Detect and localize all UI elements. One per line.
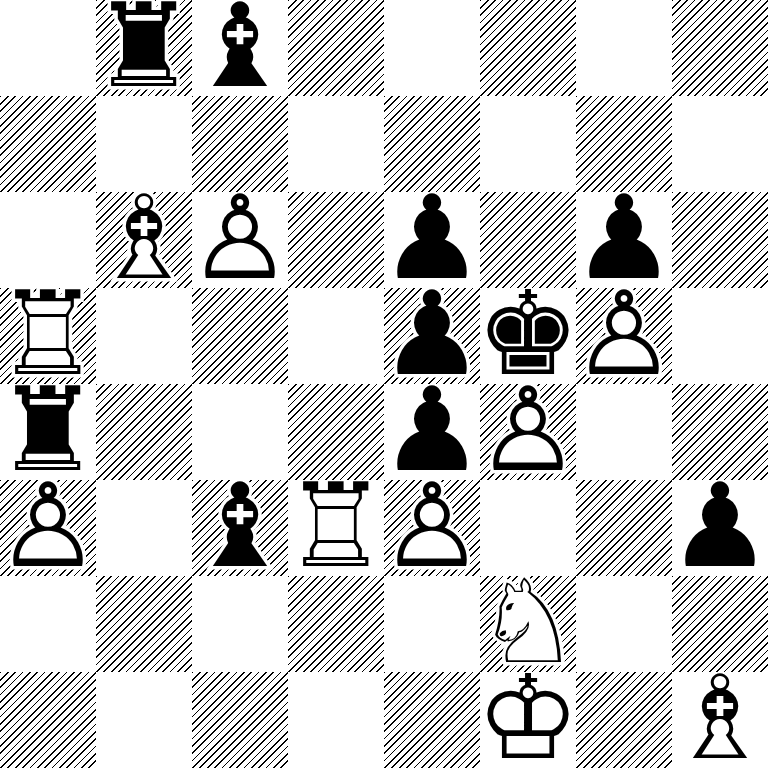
square-e3[interactable]: ♟♙ (384, 480, 480, 576)
piece-halo: ♝ (96, 192, 192, 286)
black-rook: ♜ (0, 384, 96, 478)
square-h1[interactable]: ♝♗ (672, 672, 768, 768)
white-knight: ♘ (480, 576, 576, 670)
square-c8[interactable]: ♝♝ (192, 0, 288, 96)
square-g7[interactable] (576, 96, 672, 192)
white-bishop: ♗ (672, 672, 768, 766)
square-h3[interactable]: ♟♟ (672, 480, 768, 576)
square-b2[interactable] (96, 576, 192, 672)
piece-halo: ♞ (480, 576, 576, 670)
square-a2[interactable] (0, 576, 96, 672)
piece-halo: ♜ (96, 0, 192, 94)
square-e8[interactable] (384, 0, 480, 96)
square-h6[interactable] (672, 192, 768, 288)
square-e7[interactable] (384, 96, 480, 192)
piece-halo: ♟ (384, 384, 480, 478)
square-c2[interactable] (192, 576, 288, 672)
square-a6[interactable] (0, 192, 96, 288)
square-f2[interactable]: ♞♘ (480, 576, 576, 672)
black-pawn: ♟ (672, 480, 768, 574)
piece-halo: ♟ (576, 288, 672, 382)
square-a4[interactable]: ♜♜ (0, 384, 96, 480)
square-f5[interactable]: ♚♚ (480, 288, 576, 384)
piece-halo: ♚ (480, 288, 576, 382)
black-pawn: ♟ (384, 288, 480, 382)
square-f4[interactable]: ♟♙ (480, 384, 576, 480)
square-g3[interactable] (576, 480, 672, 576)
white-pawn: ♙ (0, 480, 96, 574)
square-h2[interactable] (672, 576, 768, 672)
piece-halo: ♟ (0, 480, 96, 574)
square-e2[interactable] (384, 576, 480, 672)
piece-halo: ♟ (672, 480, 768, 574)
square-c7[interactable] (192, 96, 288, 192)
square-e1[interactable] (384, 672, 480, 768)
square-d5[interactable] (288, 288, 384, 384)
square-b8[interactable]: ♜♜ (96, 0, 192, 96)
square-h8[interactable] (672, 0, 768, 96)
square-a5[interactable]: ♜♖ (0, 288, 96, 384)
black-pawn: ♟ (576, 192, 672, 286)
square-b7[interactable] (96, 96, 192, 192)
black-pawn: ♟ (384, 384, 480, 478)
square-b5[interactable] (96, 288, 192, 384)
square-c1[interactable] (192, 672, 288, 768)
square-b3[interactable] (96, 480, 192, 576)
square-h5[interactable] (672, 288, 768, 384)
square-e6[interactable]: ♟♟ (384, 192, 480, 288)
square-g1[interactable] (576, 672, 672, 768)
piece-halo: ♝ (672, 672, 768, 766)
piece-halo: ♝ (192, 480, 288, 574)
white-king: ♔ (480, 672, 576, 766)
piece-halo: ♟ (384, 480, 480, 574)
square-d3[interactable]: ♜♖ (288, 480, 384, 576)
square-g8[interactable] (576, 0, 672, 96)
square-h7[interactable] (672, 96, 768, 192)
white-pawn: ♙ (384, 480, 480, 574)
square-f3[interactable] (480, 480, 576, 576)
square-d2[interactable] (288, 576, 384, 672)
black-bishop: ♝ (192, 480, 288, 574)
square-g6[interactable]: ♟♟ (576, 192, 672, 288)
square-c6[interactable]: ♟♙ (192, 192, 288, 288)
square-c3[interactable]: ♝♝ (192, 480, 288, 576)
white-bishop: ♗ (96, 192, 192, 286)
square-e5[interactable]: ♟♟ (384, 288, 480, 384)
square-b1[interactable] (96, 672, 192, 768)
square-a1[interactable] (0, 672, 96, 768)
chess-board: ♜♜♝♝♝♗♟♙♟♟♟♟♜♖♟♟♚♚♟♙♜♜♟♟♟♙♟♙♝♝♜♖♟♙♟♟♞♘♚♔… (0, 0, 768, 768)
square-h4[interactable] (672, 384, 768, 480)
white-rook: ♖ (0, 288, 96, 382)
piece-halo: ♚ (480, 672, 576, 766)
square-d7[interactable] (288, 96, 384, 192)
square-f8[interactable] (480, 0, 576, 96)
black-pawn: ♟ (384, 192, 480, 286)
white-pawn: ♙ (480, 384, 576, 478)
piece-halo: ♟ (576, 192, 672, 286)
square-d4[interactable] (288, 384, 384, 480)
square-d1[interactable] (288, 672, 384, 768)
piece-halo: ♜ (0, 288, 96, 382)
white-rook: ♖ (288, 480, 384, 574)
square-g4[interactable] (576, 384, 672, 480)
square-e4[interactable]: ♟♟ (384, 384, 480, 480)
square-a3[interactable]: ♟♙ (0, 480, 96, 576)
piece-halo: ♟ (384, 192, 480, 286)
square-b4[interactable] (96, 384, 192, 480)
black-rook: ♜ (96, 0, 192, 94)
square-f6[interactable] (480, 192, 576, 288)
white-pawn: ♙ (576, 288, 672, 382)
square-c4[interactable] (192, 384, 288, 480)
square-g5[interactable]: ♟♙ (576, 288, 672, 384)
square-c5[interactable] (192, 288, 288, 384)
piece-halo: ♜ (0, 384, 96, 478)
square-a8[interactable] (0, 0, 96, 96)
square-a7[interactable] (0, 96, 96, 192)
black-bishop: ♝ (192, 0, 288, 94)
piece-halo: ♟ (384, 288, 480, 382)
square-f1[interactable]: ♚♔ (480, 672, 576, 768)
piece-halo: ♟ (480, 384, 576, 478)
square-b6[interactable]: ♝♗ (96, 192, 192, 288)
square-d6[interactable] (288, 192, 384, 288)
piece-halo: ♜ (288, 480, 384, 574)
white-pawn: ♙ (192, 192, 288, 286)
piece-halo: ♝ (192, 0, 288, 94)
piece-halo: ♟ (192, 192, 288, 286)
black-king: ♚ (480, 288, 576, 382)
square-f7[interactable] (480, 96, 576, 192)
square-d8[interactable] (288, 0, 384, 96)
square-g2[interactable] (576, 576, 672, 672)
